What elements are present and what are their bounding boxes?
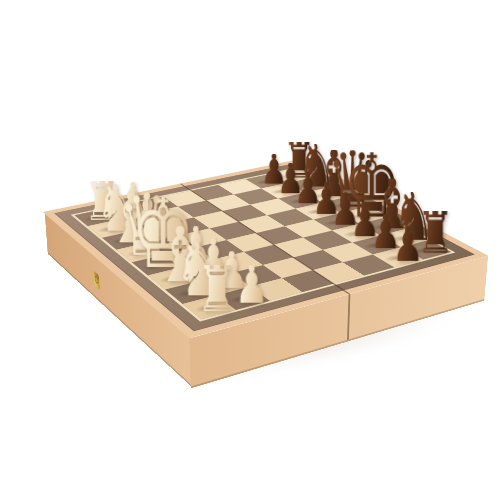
black-pawn-glyph: ♟ (391, 226, 422, 262)
chess-board: ♜♟♟♜♞♟♟♞♝♟♟♝♛♟♟♛♚♟♟♚♝♟♟♝♞♟♟♞♜♟♟♜ (43, 158, 488, 338)
square-h1[interactable]: ♜ (183, 295, 236, 319)
photo-background: ♜♟♟♜♞♟♟♞♝♟♟♝♛♟♟♛♚♟♟♚♝♟♟♝♞♟♟♞♜♟♟♜ (0, 0, 500, 500)
board-scene: ♜♟♟♜♞♟♟♞♝♟♟♝♛♟♟♛♚♟♟♚♝♟♟♝♞♟♟♞♜♟♟♜ (0, 0, 500, 500)
white-rook[interactable]: ♜ (151, 265, 283, 314)
fold-gap (347, 294, 350, 340)
black-pawn[interactable]: ♟ (346, 226, 467, 262)
white-rook-glyph: ♜ (196, 265, 238, 314)
brass-clasp-icon (94, 271, 99, 289)
